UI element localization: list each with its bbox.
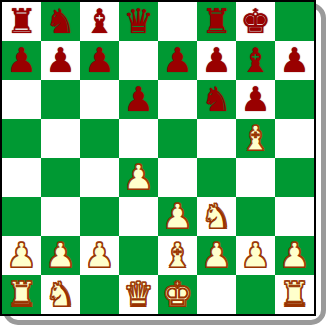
black-bishop-piece: ♝ xyxy=(240,41,270,80)
square-c1[interactable] xyxy=(80,275,119,314)
square-c3[interactable] xyxy=(80,197,119,236)
square-f3[interactable]: ♞ xyxy=(197,197,236,236)
square-f8[interactable]: ♜ xyxy=(197,2,236,41)
square-a6[interactable] xyxy=(2,80,41,119)
black-rook-piece: ♜ xyxy=(6,2,36,41)
white-pawn-piece: ♟ xyxy=(84,236,114,275)
white-rook-piece: ♜ xyxy=(6,275,36,314)
white-pawn-piece: ♟ xyxy=(201,236,231,275)
square-g8[interactable]: ♚ xyxy=(236,2,275,41)
chess-board-frame: ♜♞♝♛♜♚♟♟♟♟♟♝♟♟♞♟♝♟♟♞♟♟♟♝♟♟♟♜♞♛♚♜ xyxy=(0,0,316,316)
square-f7[interactable]: ♟ xyxy=(197,41,236,80)
white-pawn-piece: ♟ xyxy=(279,236,309,275)
black-pawn-piece: ♟ xyxy=(6,41,36,80)
black-queen-piece: ♛ xyxy=(123,2,153,41)
square-e5[interactable] xyxy=(158,119,197,158)
square-d5[interactable] xyxy=(119,119,158,158)
square-g5[interactable]: ♝ xyxy=(236,119,275,158)
square-a1[interactable]: ♜ xyxy=(2,275,41,314)
black-knight-piece: ♞ xyxy=(201,80,231,119)
white-pawn-piece: ♟ xyxy=(45,236,75,275)
square-a3[interactable] xyxy=(2,197,41,236)
square-a2[interactable]: ♟ xyxy=(2,236,41,275)
white-bishop-piece: ♝ xyxy=(162,236,192,275)
square-c8[interactable]: ♝ xyxy=(80,2,119,41)
black-pawn-piece: ♟ xyxy=(45,41,75,80)
square-g6[interactable]: ♟ xyxy=(236,80,275,119)
square-d1[interactable]: ♛ xyxy=(119,275,158,314)
chess-board: ♜♞♝♛♜♚♟♟♟♟♟♝♟♟♞♟♝♟♟♞♟♟♟♝♟♟♟♜♞♛♚♜ xyxy=(2,2,314,314)
square-f5[interactable] xyxy=(197,119,236,158)
square-d4[interactable]: ♟ xyxy=(119,158,158,197)
square-a5[interactable] xyxy=(2,119,41,158)
black-pawn-piece: ♟ xyxy=(240,80,270,119)
square-g4[interactable] xyxy=(236,158,275,197)
square-b1[interactable]: ♞ xyxy=(41,275,80,314)
square-a8[interactable]: ♜ xyxy=(2,2,41,41)
square-e3[interactable]: ♟ xyxy=(158,197,197,236)
square-e8[interactable] xyxy=(158,2,197,41)
square-e1[interactable]: ♚ xyxy=(158,275,197,314)
black-king-piece: ♚ xyxy=(240,2,270,41)
square-e4[interactable] xyxy=(158,158,197,197)
white-pawn-piece: ♟ xyxy=(123,158,153,197)
square-h2[interactable]: ♟ xyxy=(275,236,314,275)
square-d8[interactable]: ♛ xyxy=(119,2,158,41)
square-f2[interactable]: ♟ xyxy=(197,236,236,275)
square-e6[interactable] xyxy=(158,80,197,119)
black-pawn-piece: ♟ xyxy=(279,41,309,80)
square-b3[interactable] xyxy=(41,197,80,236)
black-bishop-piece: ♝ xyxy=(84,2,114,41)
square-d3[interactable] xyxy=(119,197,158,236)
square-c6[interactable] xyxy=(80,80,119,119)
square-b2[interactable]: ♟ xyxy=(41,236,80,275)
white-knight-piece: ♞ xyxy=(201,197,231,236)
square-b6[interactable] xyxy=(41,80,80,119)
square-g2[interactable]: ♟ xyxy=(236,236,275,275)
white-pawn-piece: ♟ xyxy=(6,236,36,275)
square-d6[interactable]: ♟ xyxy=(119,80,158,119)
black-rook-piece: ♜ xyxy=(201,2,231,41)
square-d2[interactable] xyxy=(119,236,158,275)
square-b8[interactable]: ♞ xyxy=(41,2,80,41)
black-knight-piece: ♞ xyxy=(45,2,75,41)
black-pawn-piece: ♟ xyxy=(162,41,192,80)
square-h3[interactable] xyxy=(275,197,314,236)
white-king-piece: ♚ xyxy=(162,275,192,314)
square-g3[interactable] xyxy=(236,197,275,236)
white-rook-piece: ♜ xyxy=(279,275,309,314)
black-pawn-piece: ♟ xyxy=(84,41,114,80)
square-e2[interactable]: ♝ xyxy=(158,236,197,275)
square-b4[interactable] xyxy=(41,158,80,197)
square-f4[interactable] xyxy=(197,158,236,197)
white-knight-piece: ♞ xyxy=(45,275,75,314)
white-bishop-piece: ♝ xyxy=(240,119,270,158)
square-c5[interactable] xyxy=(80,119,119,158)
square-f1[interactable] xyxy=(197,275,236,314)
square-g1[interactable] xyxy=(236,275,275,314)
square-a4[interactable] xyxy=(2,158,41,197)
square-h4[interactable] xyxy=(275,158,314,197)
white-queen-piece: ♛ xyxy=(123,275,153,314)
black-pawn-piece: ♟ xyxy=(201,41,231,80)
square-h8[interactable] xyxy=(275,2,314,41)
square-f6[interactable]: ♞ xyxy=(197,80,236,119)
square-a7[interactable]: ♟ xyxy=(2,41,41,80)
square-c2[interactable]: ♟ xyxy=(80,236,119,275)
white-pawn-piece: ♟ xyxy=(240,236,270,275)
square-e7[interactable]: ♟ xyxy=(158,41,197,80)
square-c4[interactable] xyxy=(80,158,119,197)
black-pawn-piece: ♟ xyxy=(123,80,153,119)
square-b5[interactable] xyxy=(41,119,80,158)
square-b7[interactable]: ♟ xyxy=(41,41,80,80)
white-pawn-piece: ♟ xyxy=(162,197,192,236)
square-h6[interactable] xyxy=(275,80,314,119)
square-h7[interactable]: ♟ xyxy=(275,41,314,80)
square-h5[interactable] xyxy=(275,119,314,158)
square-g7[interactable]: ♝ xyxy=(236,41,275,80)
square-h1[interactable]: ♜ xyxy=(275,275,314,314)
square-c7[interactable]: ♟ xyxy=(80,41,119,80)
square-d7[interactable] xyxy=(119,41,158,80)
